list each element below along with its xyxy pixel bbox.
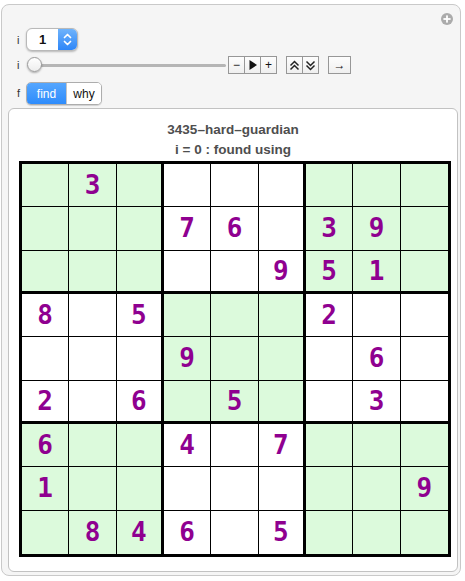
puzzle-title: 3435–hard–guardian (9, 120, 457, 140)
sudoku-cell-r2c4 (211, 251, 258, 294)
stepper-value: 1 (27, 29, 58, 50)
double-chevron-down-icon (304, 59, 317, 72)
sudoku-cell-r7c5 (259, 467, 306, 510)
sudoku-cell-r5c1 (69, 381, 116, 424)
sudoku-grid: 37639951852962653647198465 (19, 161, 451, 557)
step-forward-button[interactable]: + (260, 56, 277, 74)
sudoku-cell-r0c3 (164, 164, 211, 207)
sudoku-cell-r3c4 (211, 294, 258, 337)
sudoku-cell-r4c2 (117, 337, 164, 380)
output-panel: 3435–hard–guardian i = 0 : found using 3… (8, 108, 458, 572)
sudoku-cell-r6c3: 4 (164, 424, 211, 467)
mode-setter-bar: find why (26, 82, 102, 105)
sudoku-cell-r2c2 (117, 251, 164, 294)
setter-label: f (17, 87, 20, 99)
sudoku-cell-r2c6: 5 (306, 251, 353, 294)
setter-option-find[interactable]: find (27, 83, 66, 104)
index-stepper[interactable]: 1 (26, 28, 78, 51)
sudoku-cell-r5c5 (259, 381, 306, 424)
sudoku-cell-r6c4 (211, 424, 258, 467)
sudoku-cell-r1c0 (22, 207, 69, 250)
sudoku-cell-r1c4: 6 (211, 207, 258, 250)
sudoku-cell-r1c7: 9 (353, 207, 400, 250)
sudoku-cell-r0c0 (22, 164, 69, 207)
stepper-label: i (17, 34, 19, 46)
sudoku-cell-r5c3 (164, 381, 211, 424)
sudoku-cell-r4c3: 9 (164, 337, 211, 380)
sudoku-cell-r7c4 (211, 467, 258, 510)
faster-button[interactable] (286, 56, 303, 74)
sudoku-cell-r3c1 (69, 294, 116, 337)
manipulate-widget: i 1 i − + (0, 0, 465, 581)
sudoku-cell-r8c1: 8 (69, 511, 116, 554)
sudoku-cell-r2c0 (22, 251, 69, 294)
manipulate-settings-button[interactable] (440, 12, 454, 26)
sudoku-cell-r8c3: 6 (164, 511, 211, 554)
sudoku-cell-r7c0: 1 (22, 467, 69, 510)
sudoku-cell-r5c6 (306, 381, 353, 424)
sudoku-cell-r0c5 (259, 164, 306, 207)
sudoku-cell-r7c3 (164, 467, 211, 510)
sudoku-cell-r3c3 (164, 294, 211, 337)
plus-icon: + (265, 59, 272, 71)
sudoku-cell-r3c2: 5 (117, 294, 164, 337)
sudoku-cell-r8c2: 4 (117, 511, 164, 554)
sudoku-cell-r4c4 (211, 337, 258, 380)
sudoku-cell-r0c7 (353, 164, 400, 207)
sudoku-cell-r0c2 (117, 164, 164, 207)
sudoku-cell-r1c1 (69, 207, 116, 250)
slider-thumb[interactable] (27, 57, 42, 72)
sudoku-cell-r7c8: 9 (401, 467, 448, 510)
sudoku-cell-r3c5 (259, 294, 306, 337)
sudoku-cell-r5c2: 6 (117, 381, 164, 424)
sudoku-cell-r5c7: 3 (353, 381, 400, 424)
right-arrow-icon: → (334, 59, 346, 71)
sudoku-cell-r5c0: 2 (22, 381, 69, 424)
slider-label: i (17, 59, 19, 71)
sudoku-cell-r2c3 (164, 251, 211, 294)
sudoku-cell-r1c3: 7 (164, 207, 211, 250)
sudoku-cell-r8c5: 5 (259, 511, 306, 554)
sudoku-cell-r2c8 (401, 251, 448, 294)
sudoku-cell-r6c6 (306, 424, 353, 467)
slower-button[interactable] (302, 56, 319, 74)
sudoku-cell-r8c4 (211, 511, 258, 554)
step-back-button[interactable]: − (228, 56, 245, 74)
sudoku-cell-r6c1 (69, 424, 116, 467)
sudoku-cell-r1c8 (401, 207, 448, 250)
sudoku-cell-r6c0: 6 (22, 424, 69, 467)
sudoku-cell-r4c5 (259, 337, 306, 380)
sudoku-cell-r0c1: 3 (69, 164, 116, 207)
sudoku-cell-r6c5: 7 (259, 424, 306, 467)
sudoku-cell-r3c7 (353, 294, 400, 337)
sudoku-cell-r1c5 (259, 207, 306, 250)
sudoku-cell-r6c2 (117, 424, 164, 467)
stepper-up-down-buttons[interactable] (58, 29, 77, 50)
sudoku-cell-r1c2 (117, 207, 164, 250)
sudoku-cell-r7c7 (353, 467, 400, 510)
sudoku-cell-r6c8 (401, 424, 448, 467)
slider-track[interactable] (28, 64, 226, 67)
sudoku-cell-r2c7: 1 (353, 251, 400, 294)
sudoku-cell-r7c1 (69, 467, 116, 510)
sudoku-cell-r4c0 (22, 337, 69, 380)
minus-icon: − (233, 59, 240, 71)
sudoku-cell-r7c6 (306, 467, 353, 510)
sudoku-cell-r7c2 (117, 467, 164, 510)
setter-option-why[interactable]: why (66, 83, 101, 104)
sudoku-cell-r4c1 (69, 337, 116, 380)
sudoku-cell-r5c8 (401, 381, 448, 424)
sudoku-cell-r1c6: 3 (306, 207, 353, 250)
plus-circle-icon (440, 12, 454, 26)
sudoku-cell-r8c8 (401, 511, 448, 554)
sudoku-cell-r3c6: 2 (306, 294, 353, 337)
direction-button[interactable]: → (328, 56, 351, 74)
sudoku-cell-r4c7: 6 (353, 337, 400, 380)
sudoku-cell-r0c6 (306, 164, 353, 207)
up-down-chevron-icon (62, 31, 73, 48)
double-chevron-up-icon (288, 59, 301, 72)
play-button[interactable] (244, 56, 261, 74)
sudoku-cell-r8c0 (22, 511, 69, 554)
sudoku-cell-r3c8 (401, 294, 448, 337)
sudoku-cell-r5c4: 5 (211, 381, 258, 424)
sudoku-cell-r2c1 (69, 251, 116, 294)
sudoku-cell-r0c4 (211, 164, 258, 207)
sudoku-cell-r4c6 (306, 337, 353, 380)
sudoku-cell-r8c7 (353, 511, 400, 554)
sudoku-cell-r4c8 (401, 337, 448, 380)
sudoku-cell-r2c5: 9 (259, 251, 306, 294)
sudoku-cell-r8c6 (306, 511, 353, 554)
output-titles: 3435–hard–guardian i = 0 : found using (9, 120, 457, 160)
puzzle-subtitle: i = 0 : found using (9, 140, 457, 160)
manipulate-frame: i 1 i − + (1, 4, 461, 576)
sudoku-cell-r6c7 (353, 424, 400, 467)
sudoku-cell-r0c8 (401, 164, 448, 207)
sudoku-cell-r3c0: 8 (22, 294, 69, 337)
play-icon (248, 59, 258, 71)
